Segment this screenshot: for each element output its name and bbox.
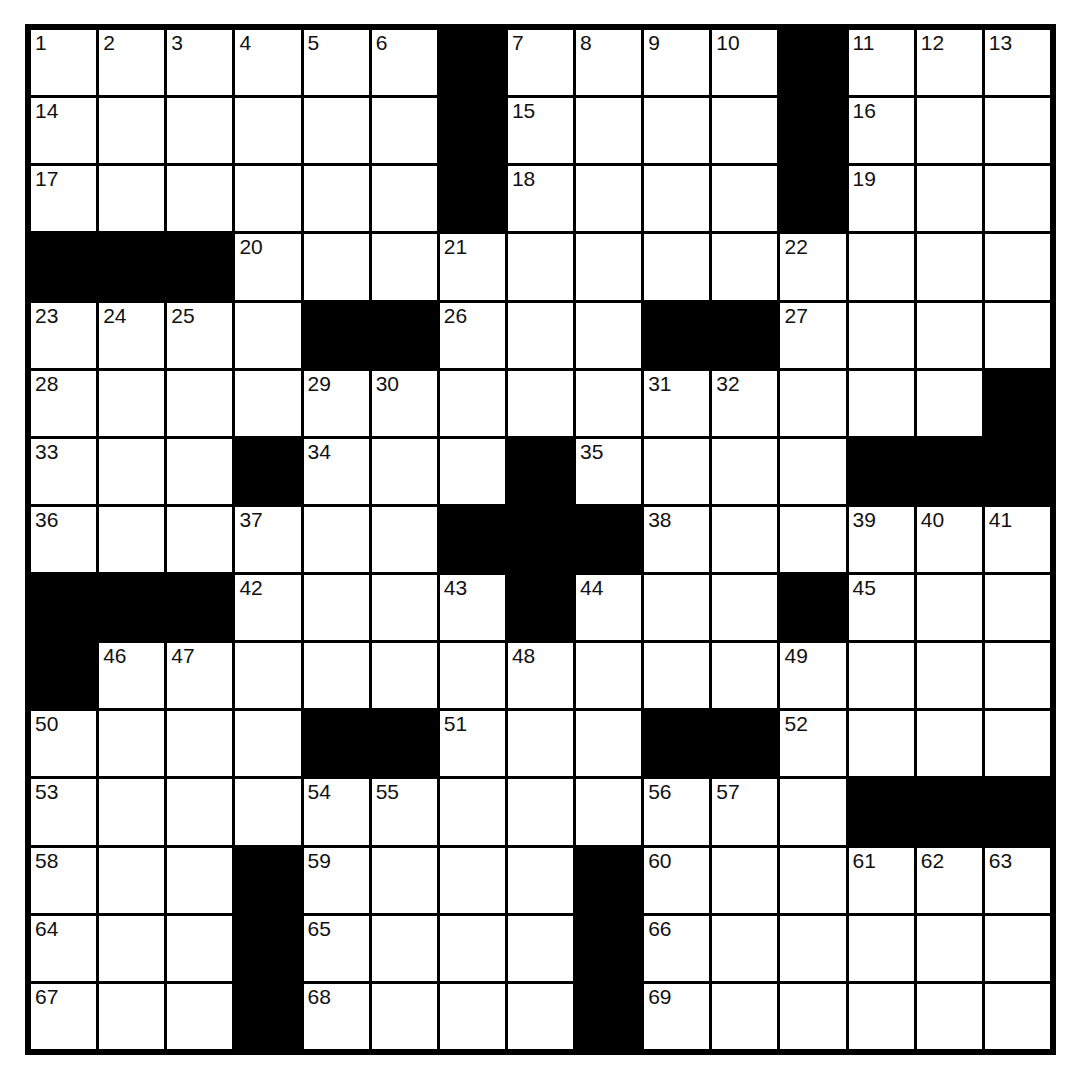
clue-number-25: 25 <box>171 304 194 328</box>
white-cell-r4c4[interactable]: 20 <box>235 234 300 299</box>
white-cell-r2c15[interactable] <box>985 98 1050 163</box>
black-cell-r5c11 <box>712 303 777 368</box>
clue-number-16: 16 <box>853 99 876 123</box>
white-cell-r10c4[interactable] <box>235 643 300 708</box>
white-cell-r15c14[interactable] <box>917 984 982 1049</box>
clue-number-52: 52 <box>784 712 807 736</box>
white-cell-r12c8[interactable] <box>508 779 573 844</box>
white-cell-r8c2[interactable] <box>99 507 164 572</box>
white-cell-r13c5[interactable]: 59 <box>304 848 369 913</box>
clue-number-26: 26 <box>444 304 467 328</box>
white-cell-r3c14[interactable] <box>917 166 982 231</box>
white-cell-r6c8[interactable] <box>508 371 573 436</box>
clue-number-59: 59 <box>308 849 331 873</box>
white-cell-r11c9[interactable] <box>576 711 641 776</box>
black-cell-r7c13 <box>849 439 914 504</box>
white-cell-r1c3[interactable]: 3 <box>167 30 232 95</box>
white-cell-r7c1[interactable]: 33 <box>31 439 96 504</box>
white-cell-r9c14[interactable] <box>917 575 982 640</box>
white-cell-r13c3[interactable] <box>167 848 232 913</box>
white-cell-r6c1[interactable]: 28 <box>31 371 96 436</box>
clue-number-60: 60 <box>648 849 671 873</box>
white-cell-r5c9[interactable] <box>576 303 641 368</box>
white-cell-r7c6[interactable] <box>372 439 437 504</box>
white-cell-r13c11[interactable] <box>712 848 777 913</box>
clue-number-27: 27 <box>784 304 807 328</box>
white-cell-r9c6[interactable] <box>372 575 437 640</box>
clue-number-57: 57 <box>716 780 739 804</box>
white-cell-r9c5[interactable] <box>304 575 369 640</box>
clue-number-34: 34 <box>308 440 331 464</box>
white-cell-r5c14[interactable] <box>917 303 982 368</box>
white-cell-r1c5[interactable]: 5 <box>304 30 369 95</box>
white-cell-r13c12[interactable] <box>780 848 845 913</box>
clue-number-53: 53 <box>35 780 58 804</box>
white-cell-r4c8[interactable] <box>508 234 573 299</box>
clue-number-24: 24 <box>103 304 126 328</box>
white-cell-r11c15[interactable] <box>985 711 1050 776</box>
clue-number-3: 3 <box>171 31 183 55</box>
black-cell-r14c9 <box>576 916 641 981</box>
white-cell-r10c5[interactable] <box>304 643 369 708</box>
white-cell-r8c14[interactable]: 40 <box>917 507 982 572</box>
white-cell-r10c8[interactable]: 48 <box>508 643 573 708</box>
white-cell-r1c15[interactable]: 13 <box>985 30 1050 95</box>
white-cell-r7c5[interactable]: 34 <box>304 439 369 504</box>
white-cell-r3c11[interactable] <box>712 166 777 231</box>
white-cell-r15c15[interactable] <box>985 984 1050 1049</box>
white-cell-r14c10[interactable]: 66 <box>644 916 709 981</box>
white-cell-r1c8[interactable]: 7 <box>508 30 573 95</box>
white-cell-r12c11[interactable]: 57 <box>712 779 777 844</box>
white-cell-r6c4[interactable] <box>235 371 300 436</box>
white-cell-r13c2[interactable] <box>99 848 164 913</box>
white-cell-r15c6[interactable] <box>372 984 437 1049</box>
white-cell-r3c10[interactable] <box>644 166 709 231</box>
white-cell-r12c1[interactable]: 53 <box>31 779 96 844</box>
black-cell-r9c3 <box>167 575 232 640</box>
white-cell-r5c8[interactable] <box>508 303 573 368</box>
white-cell-r7c12[interactable] <box>780 439 845 504</box>
white-cell-r14c3[interactable] <box>167 916 232 981</box>
white-cell-r6c3[interactable] <box>167 371 232 436</box>
clue-number-49: 49 <box>784 644 807 668</box>
clue-number-54: 54 <box>308 780 331 804</box>
black-cell-r11c6 <box>372 711 437 776</box>
white-cell-r14c8[interactable] <box>508 916 573 981</box>
black-cell-r9c1 <box>31 575 96 640</box>
clue-number-66: 66 <box>648 917 671 941</box>
crossword-page: 1234567891011121314151617181920212223242… <box>0 0 1080 1080</box>
white-cell-r14c14[interactable] <box>917 916 982 981</box>
white-cell-r2c11[interactable] <box>712 98 777 163</box>
white-cell-r10c7[interactable] <box>440 643 505 708</box>
black-cell-r2c7 <box>440 98 505 163</box>
clue-number-43: 43 <box>444 576 467 600</box>
white-cell-r10c14[interactable] <box>917 643 982 708</box>
clue-number-42: 42 <box>239 576 262 600</box>
white-cell-r13c6[interactable] <box>372 848 437 913</box>
white-cell-r15c3[interactable] <box>167 984 232 1049</box>
white-cell-r15c5[interactable]: 68 <box>304 984 369 1049</box>
white-cell-r15c1[interactable]: 67 <box>31 984 96 1049</box>
white-cell-r2c14[interactable] <box>917 98 982 163</box>
clue-number-68: 68 <box>308 985 331 1009</box>
black-cell-r7c4 <box>235 439 300 504</box>
white-cell-r1c6[interactable]: 6 <box>372 30 437 95</box>
white-cell-r3c15[interactable] <box>985 166 1050 231</box>
black-cell-r15c9 <box>576 984 641 1049</box>
white-cell-r2c3[interactable] <box>167 98 232 163</box>
white-cell-r12c5[interactable]: 54 <box>304 779 369 844</box>
white-cell-r10c3[interactable]: 47 <box>167 643 232 708</box>
white-cell-r3c8[interactable]: 18 <box>508 166 573 231</box>
clue-number-18: 18 <box>512 167 535 191</box>
white-cell-r4c12[interactable]: 22 <box>780 234 845 299</box>
black-cell-r10c1 <box>31 643 96 708</box>
clue-number-12: 12 <box>921 31 944 55</box>
white-cell-r8c6[interactable] <box>372 507 437 572</box>
white-cell-r11c7[interactable]: 51 <box>440 711 505 776</box>
white-cell-r11c14[interactable] <box>917 711 982 776</box>
clue-number-29: 29 <box>308 372 331 396</box>
white-cell-r5c1[interactable]: 23 <box>31 303 96 368</box>
white-cell-r14c7[interactable] <box>440 916 505 981</box>
white-cell-r2c9[interactable] <box>576 98 641 163</box>
clue-number-33: 33 <box>35 440 58 464</box>
clue-number-51: 51 <box>444 712 467 736</box>
white-cell-r15c2[interactable] <box>99 984 164 1049</box>
white-cell-r1c14[interactable]: 12 <box>917 30 982 95</box>
black-cell-r4c2 <box>99 234 164 299</box>
white-cell-r9c7[interactable]: 43 <box>440 575 505 640</box>
clue-number-56: 56 <box>648 780 671 804</box>
black-cell-r4c3 <box>167 234 232 299</box>
white-cell-r6c11[interactable]: 32 <box>712 371 777 436</box>
clue-number-58: 58 <box>35 849 58 873</box>
white-cell-r10c15[interactable] <box>985 643 1050 708</box>
white-cell-r7c2[interactable] <box>99 439 164 504</box>
clue-number-10: 10 <box>716 31 739 55</box>
clue-number-1: 1 <box>35 31 47 55</box>
black-cell-r11c11 <box>712 711 777 776</box>
clue-number-28: 28 <box>35 372 58 396</box>
white-cell-r7c11[interactable] <box>712 439 777 504</box>
white-cell-r8c12[interactable] <box>780 507 845 572</box>
white-cell-r10c9[interactable] <box>576 643 641 708</box>
white-cell-r10c11[interactable] <box>712 643 777 708</box>
white-cell-r10c6[interactable] <box>372 643 437 708</box>
white-cell-r11c3[interactable] <box>167 711 232 776</box>
clue-number-19: 19 <box>853 167 876 191</box>
white-cell-r1c4[interactable]: 4 <box>235 30 300 95</box>
clue-number-62: 62 <box>921 849 944 873</box>
white-cell-r15c7[interactable] <box>440 984 505 1049</box>
white-cell-r9c13[interactable]: 45 <box>849 575 914 640</box>
white-cell-r5c15[interactable] <box>985 303 1050 368</box>
clue-number-36: 36 <box>35 508 58 532</box>
white-cell-r13c1[interactable]: 58 <box>31 848 96 913</box>
clue-number-17: 17 <box>35 167 58 191</box>
white-cell-r6c6[interactable]: 30 <box>372 371 437 436</box>
white-cell-r11c12[interactable]: 52 <box>780 711 845 776</box>
clue-number-30: 30 <box>376 372 399 396</box>
clue-number-39: 39 <box>853 508 876 532</box>
clue-number-64: 64 <box>35 917 58 941</box>
white-cell-r6c12[interactable] <box>780 371 845 436</box>
white-cell-r7c7[interactable] <box>440 439 505 504</box>
clue-number-38: 38 <box>648 508 671 532</box>
white-cell-r5c3[interactable]: 25 <box>167 303 232 368</box>
white-cell-r13c7[interactable] <box>440 848 505 913</box>
black-cell-r5c10 <box>644 303 709 368</box>
white-cell-r5c13[interactable] <box>849 303 914 368</box>
black-cell-r12c13 <box>849 779 914 844</box>
white-cell-r12c10[interactable]: 56 <box>644 779 709 844</box>
white-cell-r12c9[interactable] <box>576 779 641 844</box>
white-cell-r1c1[interactable]: 1 <box>31 30 96 95</box>
white-cell-r11c2[interactable] <box>99 711 164 776</box>
clue-number-67: 67 <box>35 985 58 1009</box>
black-cell-r9c12 <box>780 575 845 640</box>
white-cell-r1c10[interactable]: 9 <box>644 30 709 95</box>
clue-number-7: 7 <box>512 31 524 55</box>
clue-number-69: 69 <box>648 985 671 1009</box>
clue-number-47: 47 <box>171 644 194 668</box>
white-cell-r9c4[interactable]: 42 <box>235 575 300 640</box>
clue-number-41: 41 <box>989 508 1012 532</box>
white-cell-r5c12[interactable]: 27 <box>780 303 845 368</box>
white-cell-r2c8[interactable]: 15 <box>508 98 573 163</box>
white-cell-r13c15[interactable]: 63 <box>985 848 1050 913</box>
black-cell-r3c7 <box>440 166 505 231</box>
white-cell-r3c1[interactable]: 17 <box>31 166 96 231</box>
white-cell-r15c13[interactable] <box>849 984 914 1049</box>
white-cell-r6c5[interactable]: 29 <box>304 371 369 436</box>
clue-number-8: 8 <box>580 31 592 55</box>
white-cell-r4c15[interactable] <box>985 234 1050 299</box>
white-cell-r12c3[interactable] <box>167 779 232 844</box>
white-cell-r5c4[interactable] <box>235 303 300 368</box>
clue-number-15: 15 <box>512 99 535 123</box>
white-cell-r2c6[interactable] <box>372 98 437 163</box>
white-cell-r1c2[interactable]: 2 <box>99 30 164 95</box>
clue-number-46: 46 <box>103 644 126 668</box>
white-cell-r10c12[interactable]: 49 <box>780 643 845 708</box>
white-cell-r2c13[interactable]: 16 <box>849 98 914 163</box>
black-cell-r8c8 <box>508 507 573 572</box>
clue-number-22: 22 <box>784 235 807 259</box>
white-cell-r3c5[interactable] <box>304 166 369 231</box>
white-cell-r10c2[interactable]: 46 <box>99 643 164 708</box>
white-cell-r13c13[interactable]: 61 <box>849 848 914 913</box>
black-cell-r7c8 <box>508 439 573 504</box>
white-cell-r12c7[interactable] <box>440 779 505 844</box>
white-cell-r8c3[interactable] <box>167 507 232 572</box>
clue-number-4: 4 <box>239 31 251 55</box>
white-cell-r4c13[interactable] <box>849 234 914 299</box>
clue-number-37: 37 <box>239 508 262 532</box>
white-cell-r10c13[interactable] <box>849 643 914 708</box>
white-cell-r3c2[interactable] <box>99 166 164 231</box>
black-cell-r15c4 <box>235 984 300 1049</box>
white-cell-r6c10[interactable]: 31 <box>644 371 709 436</box>
white-cell-r10c10[interactable] <box>644 643 709 708</box>
black-cell-r5c6 <box>372 303 437 368</box>
clue-number-23: 23 <box>35 304 58 328</box>
white-cell-r6c14[interactable] <box>917 371 982 436</box>
clue-number-5: 5 <box>308 31 320 55</box>
clue-number-63: 63 <box>989 849 1012 873</box>
black-cell-r14c4 <box>235 916 300 981</box>
white-cell-r12c6[interactable]: 55 <box>372 779 437 844</box>
white-cell-r12c12[interactable] <box>780 779 845 844</box>
black-cell-r1c7 <box>440 30 505 95</box>
white-cell-r2c2[interactable] <box>99 98 164 163</box>
white-cell-r8c15[interactable]: 41 <box>985 507 1050 572</box>
black-cell-r12c15 <box>985 779 1050 844</box>
white-cell-r3c13[interactable]: 19 <box>849 166 914 231</box>
white-cell-r11c13[interactable] <box>849 711 914 776</box>
white-cell-r1c9[interactable]: 8 <box>576 30 641 95</box>
clue-number-9: 9 <box>648 31 660 55</box>
black-cell-r11c10 <box>644 711 709 776</box>
clue-number-50: 50 <box>35 712 58 736</box>
clue-number-65: 65 <box>308 917 331 941</box>
clue-number-32: 32 <box>716 372 739 396</box>
white-cell-r4c10[interactable] <box>644 234 709 299</box>
black-cell-r3c12 <box>780 166 845 231</box>
white-cell-r12c2[interactable] <box>99 779 164 844</box>
white-cell-r6c13[interactable] <box>849 371 914 436</box>
clue-number-13: 13 <box>989 31 1012 55</box>
white-cell-r13c10[interactable]: 60 <box>644 848 709 913</box>
white-cell-r11c1[interactable]: 50 <box>31 711 96 776</box>
black-cell-r6c15 <box>985 371 1050 436</box>
white-cell-r8c11[interactable] <box>712 507 777 572</box>
black-cell-r9c8 <box>508 575 573 640</box>
white-cell-r14c15[interactable] <box>985 916 1050 981</box>
clue-number-21: 21 <box>444 235 467 259</box>
clue-number-20: 20 <box>239 235 262 259</box>
white-cell-r8c1[interactable]: 36 <box>31 507 96 572</box>
white-cell-r6c2[interactable] <box>99 371 164 436</box>
white-cell-r2c10[interactable] <box>644 98 709 163</box>
white-cell-r3c4[interactable] <box>235 166 300 231</box>
clue-number-44: 44 <box>580 576 603 600</box>
white-cell-r7c10[interactable] <box>644 439 709 504</box>
white-cell-r14c2[interactable] <box>99 916 164 981</box>
white-cell-r8c10[interactable]: 38 <box>644 507 709 572</box>
white-cell-r11c4[interactable] <box>235 711 300 776</box>
white-cell-r3c9[interactable] <box>576 166 641 231</box>
white-cell-r5c2[interactable]: 24 <box>99 303 164 368</box>
white-cell-r1c13[interactable]: 11 <box>849 30 914 95</box>
clue-number-45: 45 <box>853 576 876 600</box>
white-cell-r15c8[interactable] <box>508 984 573 1049</box>
white-cell-r15c12[interactable] <box>780 984 845 1049</box>
black-cell-r5c5 <box>304 303 369 368</box>
white-cell-r14c1[interactable]: 64 <box>31 916 96 981</box>
white-cell-r14c13[interactable] <box>849 916 914 981</box>
white-cell-r6c9[interactable] <box>576 371 641 436</box>
white-cell-r4c5[interactable] <box>304 234 369 299</box>
white-cell-r12c4[interactable] <box>235 779 300 844</box>
white-cell-r15c10[interactable]: 69 <box>644 984 709 1049</box>
white-cell-r8c4[interactable]: 37 <box>235 507 300 572</box>
black-cell-r8c9 <box>576 507 641 572</box>
white-cell-r14c11[interactable] <box>712 916 777 981</box>
white-cell-r13c14[interactable]: 62 <box>917 848 982 913</box>
white-cell-r4c6[interactable] <box>372 234 437 299</box>
white-cell-r4c14[interactable] <box>917 234 982 299</box>
white-cell-r9c9[interactable]: 44 <box>576 575 641 640</box>
black-cell-r1c12 <box>780 30 845 95</box>
black-cell-r11c5 <box>304 711 369 776</box>
white-cell-r1c11[interactable]: 10 <box>712 30 777 95</box>
white-cell-r2c1[interactable]: 14 <box>31 98 96 163</box>
black-cell-r8c7 <box>440 507 505 572</box>
white-cell-r13c8[interactable] <box>508 848 573 913</box>
clue-number-35: 35 <box>580 440 603 464</box>
clue-number-48: 48 <box>512 644 535 668</box>
white-cell-r2c5[interactable] <box>304 98 369 163</box>
white-cell-r6c7[interactable] <box>440 371 505 436</box>
black-cell-r7c14 <box>917 439 982 504</box>
black-cell-r13c4 <box>235 848 300 913</box>
clue-number-40: 40 <box>921 508 944 532</box>
clue-number-14: 14 <box>35 99 58 123</box>
black-cell-r7c15 <box>985 439 1050 504</box>
black-cell-r2c12 <box>780 98 845 163</box>
white-cell-r2c4[interactable] <box>235 98 300 163</box>
white-cell-r3c6[interactable] <box>372 166 437 231</box>
white-cell-r3c3[interactable] <box>167 166 232 231</box>
white-cell-r7c3[interactable] <box>167 439 232 504</box>
black-cell-r4c1 <box>31 234 96 299</box>
white-cell-r8c5[interactable] <box>304 507 369 572</box>
clue-number-61: 61 <box>853 849 876 873</box>
white-cell-r9c10[interactable] <box>644 575 709 640</box>
black-cell-r12c14 <box>917 779 982 844</box>
clue-number-31: 31 <box>648 372 671 396</box>
white-cell-r14c5[interactable]: 65 <box>304 916 369 981</box>
white-cell-r9c11[interactable] <box>712 575 777 640</box>
white-cell-r14c6[interactable] <box>372 916 437 981</box>
white-cell-r7c9[interactable]: 35 <box>576 439 641 504</box>
white-cell-r4c11[interactable] <box>712 234 777 299</box>
crossword-board: 1234567891011121314151617181920212223242… <box>25 24 1056 1055</box>
white-cell-r5c7[interactable]: 26 <box>440 303 505 368</box>
black-cell-r13c9 <box>576 848 641 913</box>
white-cell-r4c7[interactable]: 21 <box>440 234 505 299</box>
white-cell-r15c11[interactable] <box>712 984 777 1049</box>
white-cell-r14c12[interactable] <box>780 916 845 981</box>
clue-number-2: 2 <box>103 31 115 55</box>
white-cell-r8c13[interactable]: 39 <box>849 507 914 572</box>
white-cell-r11c8[interactable] <box>508 711 573 776</box>
clue-number-6: 6 <box>376 31 388 55</box>
white-cell-r9c15[interactable] <box>985 575 1050 640</box>
white-cell-r4c9[interactable] <box>576 234 641 299</box>
black-cell-r9c2 <box>99 575 164 640</box>
clue-number-55: 55 <box>376 780 399 804</box>
clue-number-11: 11 <box>853 31 875 55</box>
